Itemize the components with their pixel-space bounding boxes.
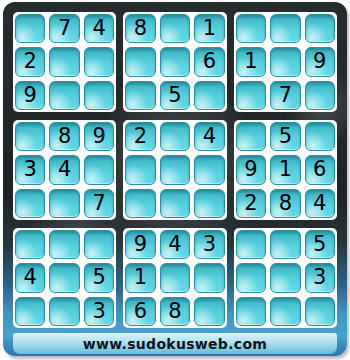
box-9: 53 (234, 228, 337, 328)
sudoku-board: 742981651978934724591628445394316853 www… (3, 2, 347, 356)
cell-r3c8[interactable]: 7 (270, 81, 300, 110)
cell-r7c5[interactable]: 4 (160, 230, 190, 259)
cell-r5c2[interactable]: 4 (49, 155, 79, 184)
cell-r2c2[interactable] (49, 47, 79, 76)
box-2: 8165 (123, 12, 226, 112)
board-grid: 742981651978934724591628445394316853 (13, 12, 337, 328)
cell-r7c6[interactable]: 3 (194, 230, 224, 259)
band-3: 45394316853 (13, 228, 337, 328)
cell-r4c2[interactable]: 8 (49, 122, 79, 151)
cell-r4c3[interactable]: 9 (84, 122, 114, 151)
cell-r7c7[interactable] (236, 230, 266, 259)
cell-r2c3[interactable] (84, 47, 114, 76)
cell-r7c4[interactable]: 9 (125, 230, 155, 259)
cell-r8c2[interactable] (49, 263, 79, 292)
cell-r4c8[interactable]: 5 (270, 122, 300, 151)
cell-r3c3[interactable] (84, 81, 114, 110)
box-5: 24 (123, 120, 226, 220)
cell-r2c6[interactable]: 6 (194, 47, 224, 76)
cell-r1c4[interactable]: 8 (125, 14, 155, 43)
cell-r9c5[interactable]: 8 (160, 297, 190, 326)
cell-r9c2[interactable] (49, 297, 79, 326)
cell-r9c1[interactable] (15, 297, 45, 326)
cell-r6c1[interactable] (15, 189, 45, 218)
cell-r5c3[interactable] (84, 155, 114, 184)
cell-r8c9[interactable]: 3 (305, 263, 335, 292)
cell-r3c7[interactable] (236, 81, 266, 110)
cell-r1c3[interactable]: 4 (84, 14, 114, 43)
cell-r4c9[interactable] (305, 122, 335, 151)
box-8: 943168 (123, 228, 226, 328)
cell-r7c2[interactable] (49, 230, 79, 259)
cell-r7c8[interactable] (270, 230, 300, 259)
box-1: 7429 (13, 12, 116, 112)
cell-r8c8[interactable] (270, 263, 300, 292)
cell-r8c6[interactable] (194, 263, 224, 292)
cell-r1c1[interactable] (15, 14, 45, 43)
cell-r9c7[interactable] (236, 297, 266, 326)
box-7: 453 (13, 228, 116, 328)
cell-r8c5[interactable] (160, 263, 190, 292)
cell-r4c1[interactable] (15, 122, 45, 151)
cell-r9c4[interactable]: 6 (125, 297, 155, 326)
cell-r6c3[interactable]: 7 (84, 189, 114, 218)
band-2: 89347245916284 (13, 120, 337, 220)
cell-r4c7[interactable] (236, 122, 266, 151)
cell-r8c7[interactable] (236, 263, 266, 292)
cell-r8c4[interactable]: 1 (125, 263, 155, 292)
box-3: 197 (234, 12, 337, 112)
cell-r2c5[interactable] (160, 47, 190, 76)
cell-r9c8[interactable] (270, 297, 300, 326)
cell-r1c7[interactable] (236, 14, 266, 43)
cell-r1c8[interactable] (270, 14, 300, 43)
cell-r7c1[interactable] (15, 230, 45, 259)
cell-r6c6[interactable] (194, 189, 224, 218)
cell-r5c7[interactable]: 9 (236, 155, 266, 184)
cell-r5c4[interactable] (125, 155, 155, 184)
cell-r3c2[interactable] (49, 81, 79, 110)
site-link-label: www.sudokusweb.com (83, 336, 267, 352)
cell-r9c6[interactable] (194, 297, 224, 326)
cell-r3c1[interactable]: 9 (15, 81, 45, 110)
cell-r1c9[interactable] (305, 14, 335, 43)
cell-r5c1[interactable]: 3 (15, 155, 45, 184)
cell-r1c6[interactable]: 1 (194, 14, 224, 43)
cell-r6c7[interactable]: 2 (236, 189, 266, 218)
cell-r8c1[interactable]: 4 (15, 263, 45, 292)
cell-r3c6[interactable] (194, 81, 224, 110)
cell-r6c9[interactable]: 4 (305, 189, 335, 218)
cell-r4c4[interactable]: 2 (125, 122, 155, 151)
cell-r9c3[interactable]: 3 (84, 297, 114, 326)
cell-r6c8[interactable]: 8 (270, 189, 300, 218)
cell-r3c4[interactable] (125, 81, 155, 110)
cell-r4c5[interactable] (160, 122, 190, 151)
cell-r7c3[interactable] (84, 230, 114, 259)
site-link[interactable]: www.sudokusweb.com (13, 333, 337, 354)
cell-r2c8[interactable] (270, 47, 300, 76)
cell-r6c5[interactable] (160, 189, 190, 218)
cell-r5c5[interactable] (160, 155, 190, 184)
cell-r8c3[interactable]: 5 (84, 263, 114, 292)
cell-r2c7[interactable]: 1 (236, 47, 266, 76)
cell-r4c6[interactable]: 4 (194, 122, 224, 151)
cell-r1c2[interactable]: 7 (49, 14, 79, 43)
cell-r3c5[interactable]: 5 (160, 81, 190, 110)
cell-r3c9[interactable] (305, 81, 335, 110)
cell-r6c4[interactable] (125, 189, 155, 218)
cell-r5c8[interactable]: 1 (270, 155, 300, 184)
cell-r9c9[interactable] (305, 297, 335, 326)
cell-r2c1[interactable]: 2 (15, 47, 45, 76)
cell-r6c2[interactable] (49, 189, 79, 218)
cell-r2c9[interactable]: 9 (305, 47, 335, 76)
cell-r5c6[interactable] (194, 155, 224, 184)
cell-r1c5[interactable] (160, 14, 190, 43)
cell-r7c9[interactable]: 5 (305, 230, 335, 259)
band-1: 74298165197 (13, 12, 337, 112)
cell-r2c4[interactable] (125, 47, 155, 76)
box-4: 89347 (13, 120, 116, 220)
cell-r5c9[interactable]: 6 (305, 155, 335, 184)
box-6: 5916284 (234, 120, 337, 220)
